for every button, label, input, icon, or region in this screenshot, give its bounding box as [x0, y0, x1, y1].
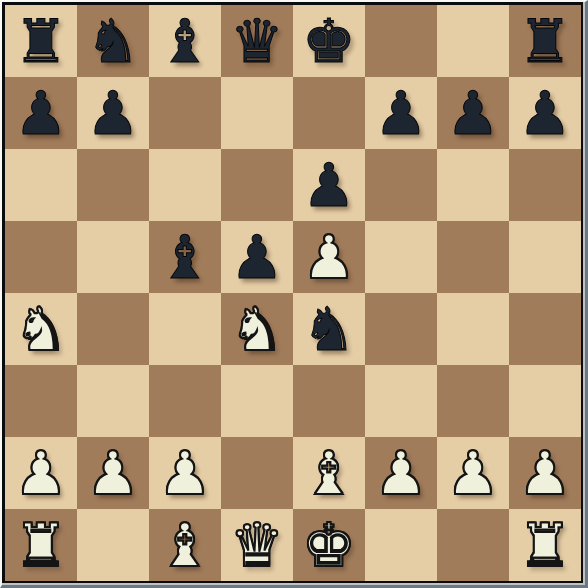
square-h1[interactable]: ♜	[509, 509, 581, 581]
piece-white-rook[interactable]: ♜	[518, 509, 572, 581]
square-b7[interactable]: ♟	[77, 77, 149, 149]
square-g5[interactable]	[437, 221, 509, 293]
piece-white-pawn[interactable]: ♟	[518, 437, 572, 509]
piece-white-pawn[interactable]: ♟	[14, 437, 68, 509]
square-e7[interactable]	[293, 77, 365, 149]
square-b1[interactable]	[77, 509, 149, 581]
square-g3[interactable]	[437, 365, 509, 437]
square-g1[interactable]	[437, 509, 509, 581]
piece-white-rook[interactable]: ♜	[14, 509, 68, 581]
square-d4[interactable]: ♞	[221, 293, 293, 365]
square-d3[interactable]	[221, 365, 293, 437]
square-a4[interactable]: ♞	[5, 293, 77, 365]
piece-black-pawn[interactable]: ♟	[86, 77, 140, 149]
piece-white-pawn[interactable]: ♟	[158, 437, 212, 509]
square-e3[interactable]	[293, 365, 365, 437]
piece-black-pawn[interactable]: ♟	[14, 77, 68, 149]
square-e4[interactable]: ♞	[293, 293, 365, 365]
square-e1[interactable]: ♚	[293, 509, 365, 581]
piece-black-queen[interactable]: ♛	[230, 5, 284, 77]
piece-white-pawn[interactable]: ♟	[86, 437, 140, 509]
square-c2[interactable]: ♟	[149, 437, 221, 509]
board-outline: ♜♞♝♛♚♜♟♟♟♟♟♟♝♟♟♞♞♞♟♟♟♝♟♟♟♜♝♛♚♜	[2, 2, 583, 583]
square-a6[interactable]	[5, 149, 77, 221]
square-b3[interactable]	[77, 365, 149, 437]
piece-white-bishop[interactable]: ♝	[302, 437, 356, 509]
piece-black-pawn[interactable]: ♟	[302, 149, 356, 221]
square-h4[interactable]	[509, 293, 581, 365]
square-f6[interactable]	[365, 149, 437, 221]
square-h8[interactable]: ♜	[509, 5, 581, 77]
piece-black-rook[interactable]: ♜	[518, 5, 572, 77]
square-b8[interactable]: ♞	[77, 5, 149, 77]
piece-black-bishop[interactable]: ♝	[158, 5, 212, 77]
piece-black-pawn[interactable]: ♟	[446, 77, 500, 149]
square-c7[interactable]	[149, 77, 221, 149]
piece-white-knight[interactable]: ♞	[14, 293, 68, 365]
piece-white-pawn[interactable]: ♟	[446, 437, 500, 509]
square-c5[interactable]: ♝	[149, 221, 221, 293]
square-f7[interactable]: ♟	[365, 77, 437, 149]
piece-white-queen[interactable]: ♛	[230, 509, 284, 581]
piece-white-king[interactable]: ♚	[302, 509, 356, 581]
square-d2[interactable]	[221, 437, 293, 509]
square-g6[interactable]	[437, 149, 509, 221]
piece-white-pawn[interactable]: ♟	[374, 437, 428, 509]
chess-board: ♜♞♝♛♚♜♟♟♟♟♟♟♝♟♟♞♞♞♟♟♟♝♟♟♟♜♝♛♚♜	[5, 5, 581, 581]
square-d7[interactable]	[221, 77, 293, 149]
square-c4[interactable]	[149, 293, 221, 365]
piece-black-rook[interactable]: ♜	[14, 5, 68, 77]
square-b5[interactable]	[77, 221, 149, 293]
square-f3[interactable]	[365, 365, 437, 437]
square-c6[interactable]	[149, 149, 221, 221]
piece-black-bishop[interactable]: ♝	[158, 221, 212, 293]
square-g4[interactable]	[437, 293, 509, 365]
square-b2[interactable]: ♟	[77, 437, 149, 509]
square-d1[interactable]: ♛	[221, 509, 293, 581]
square-c8[interactable]: ♝	[149, 5, 221, 77]
square-e8[interactable]: ♚	[293, 5, 365, 77]
square-f8[interactable]	[365, 5, 437, 77]
square-e5[interactable]: ♟	[293, 221, 365, 293]
square-a7[interactable]: ♟	[5, 77, 77, 149]
piece-black-knight[interactable]: ♞	[86, 5, 140, 77]
piece-black-pawn[interactable]: ♟	[518, 77, 572, 149]
square-d5[interactable]: ♟	[221, 221, 293, 293]
board-frame-bevel: ♜♞♝♛♚♜♟♟♟♟♟♟♝♟♟♞♞♞♟♟♟♝♟♟♟♜♝♛♚♜	[2, 2, 585, 585]
square-f1[interactable]	[365, 509, 437, 581]
square-f4[interactable]	[365, 293, 437, 365]
square-h6[interactable]	[509, 149, 581, 221]
board-frame: ♜♞♝♛♚♜♟♟♟♟♟♟♝♟♟♞♞♞♟♟♟♝♟♟♟♜♝♛♚♜	[0, 0, 588, 588]
piece-white-knight[interactable]: ♞	[230, 293, 284, 365]
square-b4[interactable]	[77, 293, 149, 365]
piece-white-pawn[interactable]: ♟	[302, 221, 356, 293]
square-b6[interactable]	[77, 149, 149, 221]
square-a5[interactable]	[5, 221, 77, 293]
square-e2[interactable]: ♝	[293, 437, 365, 509]
piece-white-bishop[interactable]: ♝	[158, 509, 212, 581]
square-a1[interactable]: ♜	[5, 509, 77, 581]
square-g8[interactable]	[437, 5, 509, 77]
piece-black-knight[interactable]: ♞	[302, 293, 356, 365]
square-a8[interactable]: ♜	[5, 5, 77, 77]
square-d6[interactable]	[221, 149, 293, 221]
piece-black-pawn[interactable]: ♟	[374, 77, 428, 149]
square-a3[interactable]	[5, 365, 77, 437]
square-h7[interactable]: ♟	[509, 77, 581, 149]
square-c3[interactable]	[149, 365, 221, 437]
square-c1[interactable]: ♝	[149, 509, 221, 581]
square-h5[interactable]	[509, 221, 581, 293]
square-g7[interactable]: ♟	[437, 77, 509, 149]
square-f2[interactable]: ♟	[365, 437, 437, 509]
piece-black-pawn[interactable]: ♟	[230, 221, 284, 293]
square-e6[interactable]: ♟	[293, 149, 365, 221]
piece-black-king[interactable]: ♚	[302, 5, 356, 77]
square-d8[interactable]: ♛	[221, 5, 293, 77]
square-f5[interactable]	[365, 221, 437, 293]
square-h3[interactable]	[509, 365, 581, 437]
square-a2[interactable]: ♟	[5, 437, 77, 509]
square-g2[interactable]: ♟	[437, 437, 509, 509]
square-h2[interactable]: ♟	[509, 437, 581, 509]
